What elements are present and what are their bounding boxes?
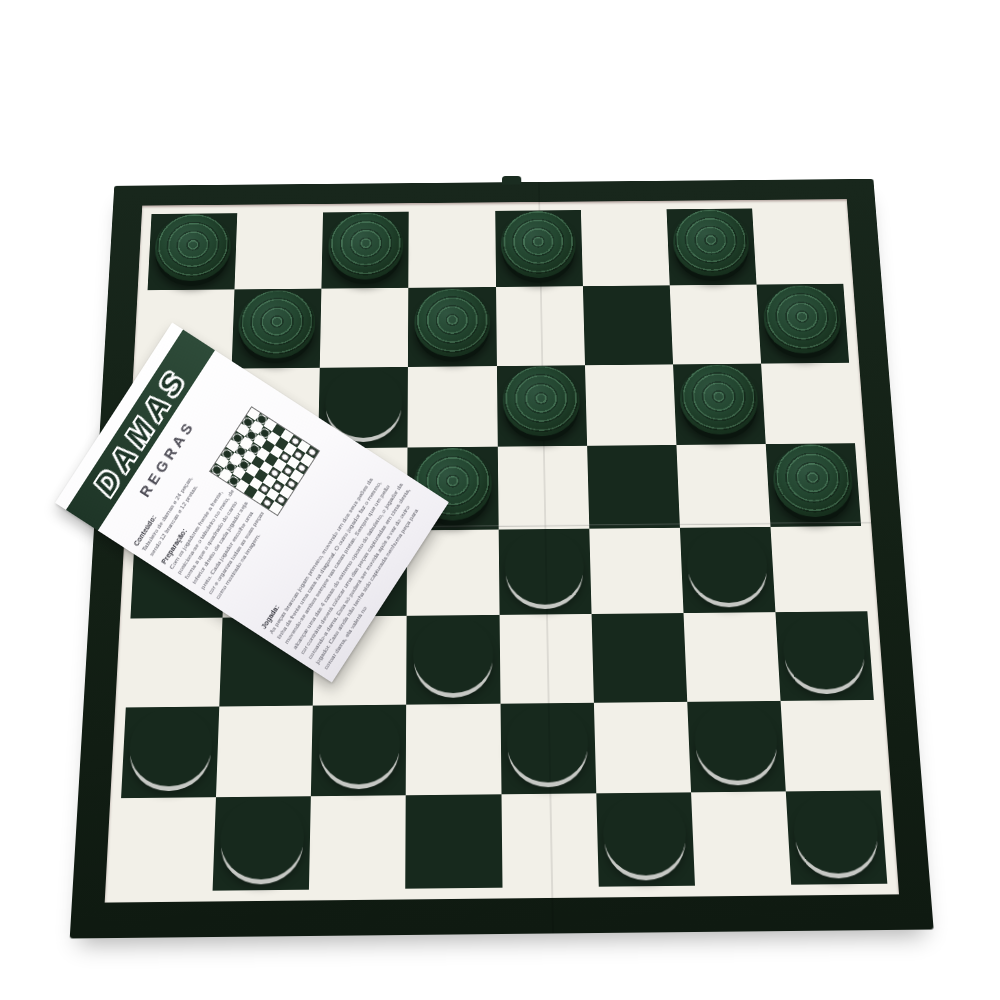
board-cell[interactable]	[761, 362, 855, 444]
board-cell[interactable]	[497, 446, 589, 530]
board-cell[interactable]	[407, 615, 501, 704]
board-cell[interactable]	[670, 285, 761, 364]
white-checker[interactable]	[504, 530, 585, 605]
board-cell[interactable]	[216, 705, 313, 797]
board-cell[interactable]	[408, 366, 497, 448]
board-cell[interactable]	[213, 796, 311, 891]
board-cell[interactable]	[116, 797, 216, 892]
board-cell[interactable]	[498, 529, 591, 615]
board-cell[interactable]	[322, 212, 409, 289]
white-checker[interactable]	[792, 791, 880, 873]
white-checker[interactable]	[781, 613, 867, 690]
board-cell[interactable]	[766, 443, 861, 527]
board-cell[interactable]	[501, 793, 598, 888]
board-cell[interactable]	[121, 706, 219, 798]
white-checker[interactable]	[128, 707, 213, 787]
board-cell[interactable]	[232, 289, 322, 368]
white-checker[interactable]	[219, 797, 305, 879]
board-cell[interactable]	[594, 701, 691, 793]
board-cell[interactable]	[500, 702, 596, 794]
dark-checker[interactable]	[502, 366, 581, 437]
board-cell[interactable]	[585, 364, 677, 446]
white-checker[interactable]	[602, 793, 688, 875]
board-cell[interactable]	[581, 209, 670, 286]
board-cell[interactable]	[687, 700, 786, 792]
board-cell[interactable]	[673, 363, 766, 445]
board-cell[interactable]	[583, 286, 673, 365]
board-cell[interactable]	[780, 700, 880, 792]
board-cell[interactable]	[756, 284, 849, 363]
white-checker[interactable]	[324, 368, 402, 439]
board-cell[interactable]	[770, 526, 867, 612]
dark-checker[interactable]	[327, 213, 403, 280]
dark-checker[interactable]	[414, 288, 491, 357]
board-cell[interactable]	[691, 791, 791, 886]
white-checker[interactable]	[693, 702, 779, 782]
board-cell[interactable]	[406, 794, 502, 889]
board-cell[interactable]	[148, 213, 238, 290]
board-cell[interactable]	[591, 613, 687, 702]
board-cell[interactable]	[752, 208, 843, 285]
white-checker[interactable]	[686, 528, 769, 603]
board-cell[interactable]	[235, 212, 324, 289]
diagram-white-checker	[307, 448, 317, 458]
board-cell[interactable]	[496, 286, 585, 365]
board-cell[interactable]	[309, 795, 406, 890]
board-hinge-tab	[502, 176, 521, 185]
board-cell[interactable]	[786, 790, 888, 885]
board-cell[interactable]	[680, 527, 776, 613]
dark-checker[interactable]	[238, 290, 316, 359]
dark-checker[interactable]	[679, 364, 760, 435]
dark-checker[interactable]	[762, 285, 843, 354]
board-cell[interactable]	[311, 704, 406, 796]
board-cell[interactable]	[775, 611, 873, 700]
white-checker[interactable]	[317, 705, 400, 785]
dark-checker[interactable]	[771, 444, 854, 517]
board-cell[interactable]	[587, 445, 680, 529]
board-cell[interactable]	[683, 612, 780, 701]
dark-checker[interactable]	[500, 211, 576, 278]
board-cell[interactable]	[499, 614, 593, 703]
board-cell[interactable]	[320, 288, 409, 367]
board-cell[interactable]	[496, 365, 586, 447]
board-cell[interactable]	[408, 287, 496, 366]
white-checker[interactable]	[506, 704, 589, 784]
board-cell[interactable]	[596, 792, 695, 887]
board-cell[interactable]	[666, 208, 756, 285]
dark-checker[interactable]	[154, 214, 232, 281]
dark-checker[interactable]	[672, 210, 750, 277]
board-cell[interactable]	[406, 703, 501, 795]
board-cell[interactable]	[495, 210, 583, 287]
board-cell[interactable]	[409, 211, 496, 288]
board-cell[interactable]	[676, 444, 770, 528]
board-cell[interactable]	[126, 618, 223, 707]
board-cell[interactable]	[589, 528, 683, 614]
white-checker[interactable]	[413, 616, 494, 693]
